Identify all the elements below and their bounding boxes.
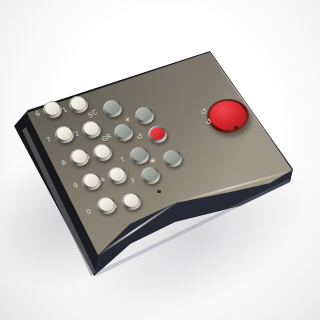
key-6-cap — [45, 102, 60, 115]
key-star-cap — [137, 108, 152, 121]
key-gr-cap — [116, 125, 131, 138]
key-5-cap — [124, 194, 139, 207]
key-4[interactable] — [108, 167, 127, 184]
key-7[interactable] — [55, 126, 74, 143]
key-9[interactable] — [82, 173, 101, 190]
key-sc-cap — [105, 101, 120, 114]
key-1-cap — [71, 97, 86, 110]
key-flower[interactable] — [163, 150, 182, 167]
big-red-button[interactable] — [207, 99, 249, 133]
indicator-dot-1 — [234, 126, 238, 129]
key-f[interactable] — [141, 167, 160, 184]
key-t[interactable] — [130, 147, 149, 164]
key-3-cap — [95, 145, 110, 158]
key-f-cap — [143, 168, 158, 181]
key-2[interactable] — [82, 121, 101, 138]
key-star[interactable] — [135, 107, 154, 124]
key-flower-cap — [165, 151, 180, 164]
key-7-cap — [57, 127, 72, 140]
key-9-cap — [84, 174, 99, 187]
key-t-cap — [132, 148, 147, 161]
product-photo: 6 1 SC ✳ 7 2 GR ↺ 8 3 T ❀ 9 4 F 0 5 ↺ ↺ — [0, 0, 320, 320]
key-gr[interactable] — [114, 124, 133, 141]
big-red-button-cap — [210, 101, 246, 130]
key-5[interactable] — [122, 193, 141, 210]
key-3[interactable] — [93, 144, 112, 161]
key-1[interactable] — [69, 96, 88, 113]
key-red-small[interactable] — [148, 126, 167, 143]
key-6[interactable] — [43, 101, 62, 118]
key-red-small-cap — [150, 127, 165, 140]
key-4-cap — [110, 168, 125, 181]
key-2-cap — [84, 122, 99, 135]
key-sc[interactable] — [103, 100, 122, 117]
indicator-dot-2 — [157, 190, 161, 193]
